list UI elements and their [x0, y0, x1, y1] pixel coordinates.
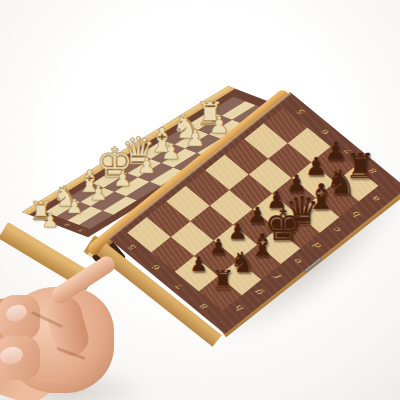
chess-set-photo: 43 5678 5678 hgfedcba ♜♞♝♚♛♝♞♜♟♟♟♟♟♟♟♟♟♟…	[0, 0, 400, 400]
